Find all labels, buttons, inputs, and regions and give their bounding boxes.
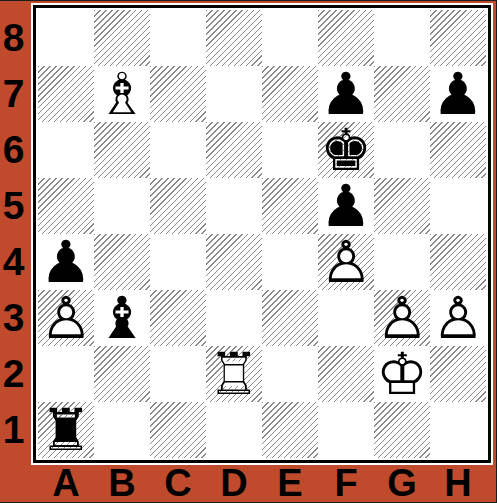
file-label-E: E: [262, 463, 318, 503]
piece-black-pawn[interactable]: ♟♟: [318, 66, 374, 122]
square-b5[interactable]: [94, 178, 150, 234]
black-bishop-glyph: ♝: [94, 290, 150, 346]
file-label-C: C: [150, 463, 206, 503]
white-bishop-glyph: ♗: [94, 66, 150, 122]
square-c8[interactable]: [150, 10, 206, 66]
square-c7[interactable]: [150, 66, 206, 122]
square-a5[interactable]: [38, 178, 94, 234]
square-h4[interactable]: [430, 234, 486, 290]
square-e2[interactable]: [262, 346, 318, 402]
square-f5[interactable]: ♟♟: [318, 178, 374, 234]
square-b7[interactable]: ♝♗: [94, 66, 150, 122]
square-c6[interactable]: [150, 122, 206, 178]
square-d6[interactable]: [206, 122, 262, 178]
square-c1[interactable]: [150, 402, 206, 458]
square-g4[interactable]: [374, 234, 430, 290]
square-g3[interactable]: ♟♙: [374, 290, 430, 346]
square-g2[interactable]: ♚♔: [374, 346, 430, 402]
piece-white-pawn[interactable]: ♟♙: [374, 290, 430, 346]
black-pawn-glyph: ♟: [318, 178, 374, 234]
square-a3[interactable]: ♟♙: [38, 290, 94, 346]
square-d8[interactable]: [206, 10, 262, 66]
square-c5[interactable]: [150, 178, 206, 234]
rank-label-6: 6: [0, 122, 27, 178]
black-pawn-glyph: ♟: [318, 66, 374, 122]
black-pawn-glyph: ♟: [38, 234, 94, 290]
file-label-G: G: [374, 463, 430, 503]
square-a1[interactable]: ♜♜: [38, 402, 94, 458]
square-b1[interactable]: [94, 402, 150, 458]
file-label-A: A: [38, 463, 94, 503]
white-rook-glyph: ♖: [206, 346, 262, 402]
rank-labels: 87654321: [0, 10, 27, 458]
square-b2[interactable]: [94, 346, 150, 402]
square-h6[interactable]: [430, 122, 486, 178]
piece-black-rook[interactable]: ♜♜: [38, 402, 94, 458]
piece-black-bishop[interactable]: ♝♝: [94, 290, 150, 346]
square-a7[interactable]: [38, 66, 94, 122]
piece-white-bishop[interactable]: ♝♗: [94, 66, 150, 122]
file-label-H: H: [430, 463, 486, 503]
piece-white-pawn[interactable]: ♟♙: [318, 234, 374, 290]
square-c4[interactable]: [150, 234, 206, 290]
rank-label-3: 3: [0, 290, 27, 346]
square-d2[interactable]: ♜♖: [206, 346, 262, 402]
square-h3[interactable]: ♟♙: [430, 290, 486, 346]
square-e5[interactable]: [262, 178, 318, 234]
square-h2[interactable]: [430, 346, 486, 402]
square-d1[interactable]: [206, 402, 262, 458]
white-pawn-glyph: ♙: [430, 290, 486, 346]
white-pawn-glyph: ♙: [38, 290, 94, 346]
square-b4[interactable]: [94, 234, 150, 290]
square-a6[interactable]: [38, 122, 94, 178]
square-c3[interactable]: [150, 290, 206, 346]
square-d3[interactable]: [206, 290, 262, 346]
square-e3[interactable]: [262, 290, 318, 346]
square-a4[interactable]: ♟♟: [38, 234, 94, 290]
square-e4[interactable]: [262, 234, 318, 290]
square-c2[interactable]: [150, 346, 206, 402]
file-label-D: D: [206, 463, 262, 503]
piece-black-king[interactable]: ♚♚: [318, 122, 374, 178]
black-pawn-glyph: ♟: [430, 66, 486, 122]
black-rook-glyph: ♜: [38, 402, 94, 458]
square-e8[interactable]: [262, 10, 318, 66]
white-king-glyph: ♔: [374, 346, 430, 402]
piece-white-rook[interactable]: ♜♖: [206, 346, 262, 402]
piece-black-pawn[interactable]: ♟♟: [38, 234, 94, 290]
piece-black-pawn[interactable]: ♟♟: [318, 178, 374, 234]
rank-label-1: 1: [0, 402, 27, 458]
piece-black-pawn[interactable]: ♟♟: [430, 66, 486, 122]
square-f6[interactable]: ♚♚: [318, 122, 374, 178]
rank-label-7: 7: [0, 66, 27, 122]
square-e7[interactable]: [262, 66, 318, 122]
square-d7[interactable]: [206, 66, 262, 122]
square-h7[interactable]: ♟♟: [430, 66, 486, 122]
square-f1[interactable]: [318, 402, 374, 458]
piece-white-king[interactable]: ♚♔: [374, 346, 430, 402]
rank-label-2: 2: [0, 346, 27, 402]
square-a8[interactable]: [38, 10, 94, 66]
square-f3[interactable]: [318, 290, 374, 346]
square-g6[interactable]: [374, 122, 430, 178]
rank-label-8: 8: [0, 10, 27, 66]
square-d5[interactable]: [206, 178, 262, 234]
square-g5[interactable]: [374, 178, 430, 234]
rank-label-5: 5: [0, 178, 27, 234]
square-b6[interactable]: [94, 122, 150, 178]
chess-board: ♝♗♟♟♟♟♚♚♟♟♟♟♟♙♟♙♝♝♟♙♟♙♜♖♚♔♜♜: [38, 10, 486, 458]
square-f7[interactable]: ♟♟: [318, 66, 374, 122]
piece-white-pawn[interactable]: ♟♙: [38, 290, 94, 346]
square-h5[interactable]: [430, 178, 486, 234]
square-f8[interactable]: [318, 10, 374, 66]
file-labels: ABCDEFGH: [38, 463, 486, 503]
square-g8[interactable]: [374, 10, 430, 66]
square-b8[interactable]: [94, 10, 150, 66]
square-b3[interactable]: ♝♝: [94, 290, 150, 346]
square-e1[interactable]: [262, 402, 318, 458]
file-label-F: F: [318, 463, 374, 503]
square-g1[interactable]: [374, 402, 430, 458]
square-f4[interactable]: ♟♙: [318, 234, 374, 290]
black-king-glyph: ♚: [318, 122, 374, 178]
square-a2[interactable]: [38, 346, 94, 402]
square-g7[interactable]: [374, 66, 430, 122]
diagram-frame: 87654321 ABCDEFGH ♝♗♟♟♟♟♚♚♟♟♟♟♟♙♟♙♝♝♟♙♟♙…: [0, 0, 497, 503]
white-pawn-glyph: ♙: [374, 290, 430, 346]
file-label-B: B: [94, 463, 150, 503]
square-d4[interactable]: [206, 234, 262, 290]
square-e6[interactable]: [262, 122, 318, 178]
white-pawn-glyph: ♙: [318, 234, 374, 290]
square-h8[interactable]: [430, 10, 486, 66]
square-f2[interactable]: [318, 346, 374, 402]
piece-white-pawn[interactable]: ♟♙: [430, 290, 486, 346]
board-border: ♝♗♟♟♟♟♚♚♟♟♟♟♟♙♟♙♝♝♟♙♟♙♜♖♚♔♜♜: [33, 5, 491, 463]
square-h1[interactable]: [430, 402, 486, 458]
rank-label-4: 4: [0, 234, 27, 290]
